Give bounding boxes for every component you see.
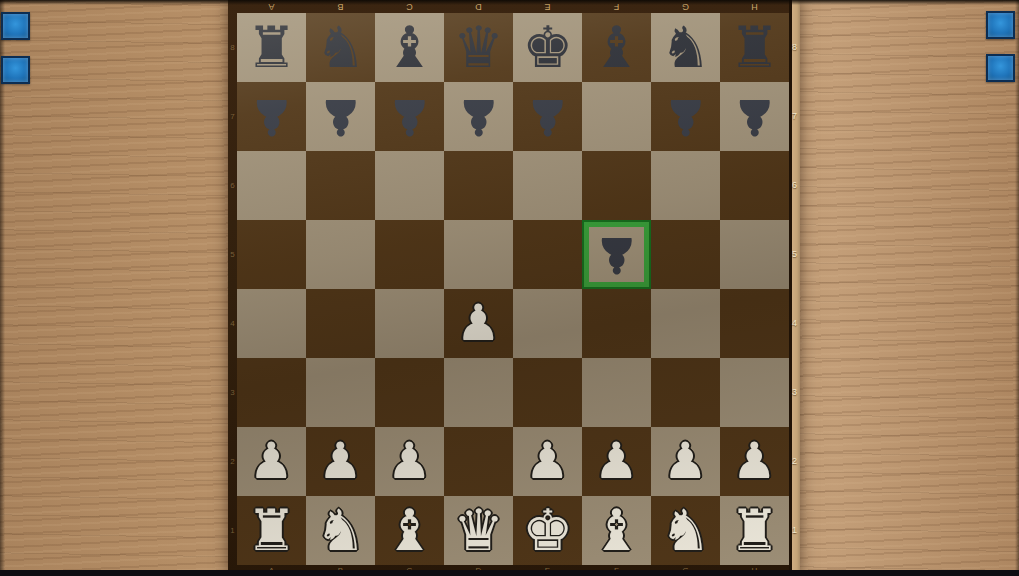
- top-left-button-2[interactable]: [1, 56, 30, 84]
- square-a4[interactable]: [237, 289, 306, 358]
- squares: ♜♞♝♛♚♝♞♜♟♟♟♟♟♟♟♟♟♟♟♟♟♟♟♟♜♞♝♛♚♝♞♜: [237, 13, 789, 565]
- rank-labels-left: 87654321: [228, 13, 237, 565]
- square-e2[interactable]: ♟: [513, 427, 582, 496]
- square-a3[interactable]: [237, 358, 306, 427]
- square-g4[interactable]: [651, 289, 720, 358]
- square-g1[interactable]: ♞: [651, 496, 720, 565]
- square-g7[interactable]: ♟: [651, 82, 720, 151]
- rank-labels-right: 87654321: [789, 13, 800, 565]
- black-rook-a8[interactable]: ♜: [237, 13, 306, 82]
- white-knight-g1[interactable]: ♞: [651, 496, 720, 565]
- square-b5[interactable]: [306, 220, 375, 289]
- square-c7[interactable]: ♟: [375, 82, 444, 151]
- white-king-e1[interactable]: ♚: [513, 496, 582, 565]
- bottom-black-bar: [0, 570, 1019, 576]
- black-rook-h8[interactable]: ♜: [720, 13, 789, 82]
- black-pawn-d7[interactable]: ♟: [444, 82, 513, 151]
- square-e8[interactable]: ♚: [513, 13, 582, 82]
- top-right-button-1[interactable]: [986, 11, 1015, 39]
- white-pawn-h2[interactable]: ♟: [720, 427, 789, 496]
- rank-label-right-3: 3: [789, 358, 800, 427]
- square-c4[interactable]: [375, 289, 444, 358]
- rank-label-right-4: 4: [789, 289, 800, 358]
- square-a7[interactable]: ♟: [237, 82, 306, 151]
- square-d8[interactable]: ♛: [444, 13, 513, 82]
- black-bishop-f8[interactable]: ♝: [582, 13, 651, 82]
- rank-label-left-7: 7: [228, 82, 237, 151]
- square-a5[interactable]: [237, 220, 306, 289]
- square-f3[interactable]: [582, 358, 651, 427]
- rank-label-right-8: 8: [789, 13, 800, 82]
- black-pawn-e7[interactable]: ♟: [513, 82, 582, 151]
- white-pawn-b2[interactable]: ♟: [306, 427, 375, 496]
- rank-label-left-5: 5: [228, 220, 237, 289]
- white-queen-d1[interactable]: ♛: [444, 496, 513, 565]
- rank-label-left-6: 6: [228, 151, 237, 220]
- rank-label-left-8: 8: [228, 13, 237, 82]
- top-left-button-1[interactable]: [1, 12, 30, 40]
- white-pawn-f2[interactable]: ♟: [582, 427, 651, 496]
- square-d7[interactable]: ♟: [444, 82, 513, 151]
- black-pawn-a7[interactable]: ♟: [237, 82, 306, 151]
- black-pawn-f5[interactable]: ♟: [582, 220, 651, 289]
- top-shadow-edge: [0, 0, 1019, 5]
- black-knight-g8[interactable]: ♞: [651, 13, 720, 82]
- square-e7[interactable]: ♟: [513, 82, 582, 151]
- rank-label-left-4: 4: [228, 289, 237, 358]
- rank-label-right-5: 5: [789, 220, 800, 289]
- right-shadow-edge: [1015, 0, 1019, 576]
- square-h4[interactable]: [720, 289, 789, 358]
- black-queen-d8[interactable]: ♛: [444, 13, 513, 82]
- rank-label-left-3: 3: [228, 358, 237, 427]
- square-f5[interactable]: ♟: [582, 220, 651, 289]
- white-bishop-c1[interactable]: ♝: [375, 496, 444, 565]
- square-a6[interactable]: [237, 151, 306, 220]
- square-h8[interactable]: ♜: [720, 13, 789, 82]
- square-b6[interactable]: [306, 151, 375, 220]
- square-h1[interactable]: ♜: [720, 496, 789, 565]
- square-d5[interactable]: [444, 220, 513, 289]
- rank-label-left-1: 1: [228, 496, 237, 565]
- square-a2[interactable]: ♟: [237, 427, 306, 496]
- square-e5[interactable]: [513, 220, 582, 289]
- square-h3[interactable]: [720, 358, 789, 427]
- left-shadow-edge: [0, 0, 5, 576]
- square-f8[interactable]: ♝: [582, 13, 651, 82]
- square-g8[interactable]: ♞: [651, 13, 720, 82]
- black-pawn-b7[interactable]: ♟: [306, 82, 375, 151]
- black-pawn-h7[interactable]: ♟: [720, 82, 789, 151]
- black-king-e8[interactable]: ♚: [513, 13, 582, 82]
- square-e3[interactable]: [513, 358, 582, 427]
- square-d6[interactable]: [444, 151, 513, 220]
- white-pawn-g2[interactable]: ♟: [651, 427, 720, 496]
- square-c6[interactable]: [375, 151, 444, 220]
- square-f1[interactable]: ♝: [582, 496, 651, 565]
- square-f7[interactable]: [582, 82, 651, 151]
- square-g5[interactable]: [651, 220, 720, 289]
- square-d2[interactable]: [444, 427, 513, 496]
- square-a8[interactable]: ♜: [237, 13, 306, 82]
- square-b7[interactable]: ♟: [306, 82, 375, 151]
- square-a1[interactable]: ♜: [237, 496, 306, 565]
- rank-label-left-2: 2: [228, 427, 237, 496]
- chess-board: ABCDEFGH ♜♞♝♛♚♝♞♜♟♟♟♟♟♟♟♟♟♟♟♟♟♟♟♟♜♞♝♛♚♝♞…: [228, 0, 800, 576]
- rank-label-right-6: 6: [789, 151, 800, 220]
- square-h2[interactable]: ♟: [720, 427, 789, 496]
- white-bishop-f1[interactable]: ♝: [582, 496, 651, 565]
- rank-label-right-2: 2: [789, 427, 800, 496]
- square-e1[interactable]: ♚: [513, 496, 582, 565]
- white-knight-b1[interactable]: ♞: [306, 496, 375, 565]
- square-b1[interactable]: ♞: [306, 496, 375, 565]
- black-bishop-c8[interactable]: ♝: [375, 13, 444, 82]
- white-pawn-d4[interactable]: ♟: [444, 289, 513, 358]
- square-d3[interactable]: [444, 358, 513, 427]
- square-c2[interactable]: ♟: [375, 427, 444, 496]
- white-rook-a1[interactable]: ♜: [237, 496, 306, 565]
- square-c5[interactable]: [375, 220, 444, 289]
- square-c8[interactable]: ♝: [375, 13, 444, 82]
- rank-label-right-7: 7: [789, 82, 800, 151]
- chess-app-screen: { "game": "chess", "position": { "fen": …: [0, 0, 1019, 576]
- white-pawn-a2[interactable]: ♟: [237, 427, 306, 496]
- square-c1[interactable]: ♝: [375, 496, 444, 565]
- black-pawn-c7[interactable]: ♟: [375, 82, 444, 151]
- square-b4[interactable]: [306, 289, 375, 358]
- square-g2[interactable]: ♟: [651, 427, 720, 496]
- white-pawn-e2[interactable]: ♟: [513, 427, 582, 496]
- rank-label-right-1: 1: [789, 496, 800, 565]
- top-right-button-2[interactable]: [986, 54, 1015, 82]
- black-pawn-g7[interactable]: ♟: [651, 82, 720, 151]
- square-b2[interactable]: ♟: [306, 427, 375, 496]
- square-e4[interactable]: [513, 289, 582, 358]
- square-f6[interactable]: [582, 151, 651, 220]
- square-h5[interactable]: [720, 220, 789, 289]
- square-f2[interactable]: ♟: [582, 427, 651, 496]
- white-rook-h1[interactable]: ♜: [720, 496, 789, 565]
- square-g6[interactable]: [651, 151, 720, 220]
- square-d1[interactable]: ♛: [444, 496, 513, 565]
- square-e6[interactable]: [513, 151, 582, 220]
- square-f4[interactable]: [582, 289, 651, 358]
- square-c3[interactable]: [375, 358, 444, 427]
- square-h7[interactable]: ♟: [720, 82, 789, 151]
- white-pawn-c2[interactable]: ♟: [375, 427, 444, 496]
- square-h6[interactable]: [720, 151, 789, 220]
- black-knight-b8[interactable]: ♞: [306, 13, 375, 82]
- square-g3[interactable]: [651, 358, 720, 427]
- square-b8[interactable]: ♞: [306, 13, 375, 82]
- square-b3[interactable]: [306, 358, 375, 427]
- square-d4[interactable]: ♟: [444, 289, 513, 358]
